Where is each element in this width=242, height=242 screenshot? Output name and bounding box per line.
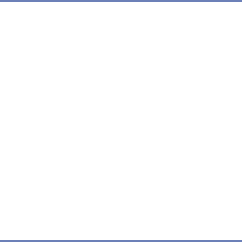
- chess-board: [0, 0, 242, 242]
